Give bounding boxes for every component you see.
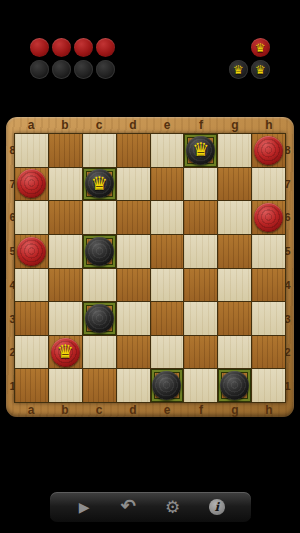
- file-label-d: d: [116, 118, 150, 132]
- black-man-c3[interactable]: [85, 304, 114, 333]
- square-f3[interactable]: [184, 302, 217, 335]
- crown-icon: ♛: [233, 64, 244, 76]
- square-g3[interactable]: [218, 302, 251, 335]
- red-man-h8[interactable]: [254, 136, 283, 165]
- square-a3[interactable]: [15, 302, 48, 335]
- file-label-a: a: [14, 403, 48, 417]
- square-d2[interactable]: [117, 336, 150, 369]
- file-label-a: a: [14, 118, 48, 132]
- red-kings-count-row: ♛: [229, 38, 270, 57]
- square-h7[interactable]: [252, 168, 285, 201]
- red-men-count-row: [30, 38, 115, 57]
- black-king-f8[interactable]: ♛: [186, 136, 215, 165]
- file-label-h: h: [252, 403, 286, 417]
- square-e5[interactable]: [151, 235, 184, 268]
- crown-icon: ♛: [255, 64, 266, 76]
- square-g4[interactable]: [218, 269, 251, 302]
- play-button[interactable]: ▶: [62, 499, 106, 515]
- square-d1[interactable]: [117, 369, 150, 402]
- file-label-c: c: [82, 118, 116, 132]
- info-letter: i: [215, 501, 220, 513]
- square-g7[interactable]: [218, 168, 251, 201]
- file-label-e: e: [150, 118, 184, 132]
- crown-icon: ♛: [91, 174, 108, 193]
- square-c6[interactable]: [83, 201, 116, 234]
- square-e4[interactable]: [151, 269, 184, 302]
- file-label-b: b: [48, 403, 82, 417]
- square-b7[interactable]: [49, 168, 82, 201]
- black-king-c7[interactable]: ♛: [85, 169, 114, 198]
- square-g8[interactable]: [218, 134, 251, 167]
- square-f4[interactable]: [184, 269, 217, 302]
- crown-icon: ♛: [57, 342, 74, 361]
- square-c4[interactable]: [83, 269, 116, 302]
- file-label-g: g: [218, 118, 252, 132]
- square-c5[interactable]: [83, 235, 116, 268]
- square-d3[interactable]: [117, 302, 150, 335]
- material-tray-men: [30, 38, 115, 79]
- file-label-b: b: [48, 118, 82, 132]
- square-f6[interactable]: [184, 201, 217, 234]
- square-a2[interactable]: [15, 336, 48, 369]
- square-h4[interactable]: [252, 269, 285, 302]
- undo-icon: ↶: [121, 495, 136, 517]
- square-b3[interactable]: [49, 302, 82, 335]
- settings-icon: ⚙: [165, 497, 180, 518]
- file-labels-top: abcdefgh: [14, 118, 286, 132]
- crown-icon: ♛: [255, 42, 266, 54]
- undo-button[interactable]: ↶: [106, 498, 150, 517]
- file-label-d: d: [116, 403, 150, 417]
- tray-black-man: [74, 60, 93, 79]
- square-c1[interactable]: [83, 369, 116, 402]
- square-h8[interactable]: [252, 134, 285, 167]
- tray-black-man: [52, 60, 71, 79]
- square-g5[interactable]: [218, 235, 251, 268]
- square-b6[interactable]: [49, 201, 82, 234]
- checkers-board: abcdefgh 87654321 87654321 abcdefgh ♛♛♛: [6, 117, 294, 417]
- square-h5[interactable]: [252, 235, 285, 268]
- file-label-f: f: [184, 403, 218, 417]
- file-label-g: g: [218, 403, 252, 417]
- square-f8[interactable]: ♛: [184, 134, 217, 167]
- tray-red-king: ♛: [251, 38, 270, 57]
- square-e6[interactable]: [151, 201, 184, 234]
- square-b4[interactable]: [49, 269, 82, 302]
- square-d4[interactable]: [117, 269, 150, 302]
- square-a5[interactable]: [15, 235, 48, 268]
- square-g6[interactable]: [218, 201, 251, 234]
- square-d7[interactable]: [117, 168, 150, 201]
- square-a1[interactable]: [15, 369, 48, 402]
- red-man-a5[interactable]: [17, 237, 46, 266]
- square-f2[interactable]: [184, 336, 217, 369]
- square-a7[interactable]: [15, 168, 48, 201]
- tray-red-man: [74, 38, 93, 57]
- square-h2[interactable]: [252, 336, 285, 369]
- square-e3[interactable]: [151, 302, 184, 335]
- play-icon: ▶: [79, 499, 90, 515]
- info-icon: i: [209, 499, 225, 515]
- square-b8[interactable]: [49, 134, 82, 167]
- crown-icon: ♛: [192, 140, 209, 159]
- settings-button[interactable]: ⚙: [151, 497, 195, 518]
- square-d8[interactable]: [117, 134, 150, 167]
- tray-black-king: ♛: [229, 60, 248, 79]
- black-man-e1[interactable]: [152, 371, 181, 400]
- square-c3[interactable]: [83, 302, 116, 335]
- square-e7[interactable]: [151, 168, 184, 201]
- black-men-count-row: [30, 60, 115, 79]
- square-e1[interactable]: [151, 369, 184, 402]
- file-label-e: e: [150, 403, 184, 417]
- square-c7[interactable]: ♛: [83, 168, 116, 201]
- tray-red-man: [96, 38, 115, 57]
- square-d5[interactable]: [117, 235, 150, 268]
- square-f5[interactable]: [184, 235, 217, 268]
- tray-red-man: [52, 38, 71, 57]
- file-label-h: h: [252, 118, 286, 132]
- square-a8[interactable]: [15, 134, 48, 167]
- black-man-c5[interactable]: [85, 237, 114, 266]
- black-man-g1[interactable]: [220, 371, 249, 400]
- square-d6[interactable]: [117, 201, 150, 234]
- square-c8[interactable]: [83, 134, 116, 167]
- square-e8[interactable]: [151, 134, 184, 167]
- material-tray-kings: ♛ ♛♛: [229, 38, 270, 79]
- app-screen: ♛ ♛♛ abcdefgh 87654321 87654321 abcdefgh…: [0, 0, 300, 533]
- square-g2[interactable]: [218, 336, 251, 369]
- square-h3[interactable]: [252, 302, 285, 335]
- tray-black-man: [96, 60, 115, 79]
- black-kings-count-row: ♛♛: [229, 60, 270, 79]
- square-c2[interactable]: [83, 336, 116, 369]
- file-labels-bottom: abcdefgh: [14, 403, 286, 417]
- tray-black-king: ♛: [251, 60, 270, 79]
- tray-red-man: [30, 38, 49, 57]
- square-b2[interactable]: ♛: [49, 336, 82, 369]
- file-label-c: c: [82, 403, 116, 417]
- file-label-f: f: [184, 118, 218, 132]
- square-f7[interactable]: [184, 168, 217, 201]
- square-b5[interactable]: [49, 235, 82, 268]
- red-king-b2[interactable]: ♛: [51, 338, 80, 367]
- square-a6[interactable]: [15, 201, 48, 234]
- tray-black-man: [30, 60, 49, 79]
- info-button[interactable]: i: [195, 499, 239, 515]
- square-f1[interactable]: [184, 369, 217, 402]
- red-man-h6[interactable]: [254, 203, 283, 232]
- square-a4[interactable]: [15, 269, 48, 302]
- toolbar: ▶↶⚙i: [50, 492, 251, 522]
- square-b1[interactable]: [49, 369, 82, 402]
- square-e2[interactable]: [151, 336, 184, 369]
- red-man-a7[interactable]: [17, 169, 46, 198]
- square-g1[interactable]: [218, 369, 251, 402]
- board-grid: ♛♛♛: [14, 133, 286, 403]
- square-h6[interactable]: [252, 201, 285, 234]
- square-h1[interactable]: [252, 369, 285, 402]
